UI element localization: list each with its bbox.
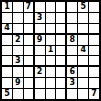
cell-r4c8[interactable] [78,35,88,45]
cell-r7c2[interactable] [13,67,23,77]
cell-r7c3[interactable] [24,67,34,77]
cell-r4c6[interactable] [56,35,66,45]
cell-r8c8[interactable] [78,78,88,88]
cell-r7c8[interactable] [78,67,88,77]
cell-r8c3[interactable] [24,78,34,88]
cell-r2c2[interactable] [13,13,23,23]
cell-r3c9[interactable] [89,24,99,34]
sudoku-board: 17534298143269357 [0,0,101,101]
given-digit: 7 [91,90,97,98]
cell-r3c8[interactable] [78,24,88,34]
given-digit: 5 [80,3,86,11]
cell-r3c4[interactable] [35,24,45,34]
given-digit: 9 [15,79,21,87]
cell-r2c3[interactable] [24,13,34,23]
cell-r4c1[interactable] [2,35,12,45]
cell-r8c9[interactable] [89,78,99,88]
cell-r5c5: 1 [46,46,56,56]
cell-r9c3[interactable] [24,89,34,99]
cell-r8c4[interactable] [35,78,45,88]
cell-r2c9[interactable] [89,13,99,23]
cell-r7c6[interactable] [56,67,66,77]
cell-r8c1[interactable] [2,78,12,88]
cell-r2c5[interactable] [46,13,56,23]
cell-r9c1: 5 [2,89,12,99]
cell-r8c7: 3 [67,78,77,88]
cell-r5c3[interactable] [24,46,34,56]
cell-r2c6[interactable] [56,13,66,23]
cell-r5c1[interactable] [2,46,12,56]
cell-r4c4: 9 [35,35,45,45]
cell-r1c8: 5 [78,2,88,12]
cell-r9c4[interactable] [35,89,45,99]
cell-r5c6[interactable] [56,46,66,56]
cell-r9c8[interactable] [78,89,88,99]
given-digit: 2 [37,68,43,76]
cell-r5c7[interactable] [67,46,77,56]
cell-r6c9[interactable] [89,56,99,66]
cell-r1c3: 7 [24,2,34,12]
cell-r3c7[interactable] [67,24,77,34]
cell-r3c1: 4 [2,24,12,34]
cell-r6c3[interactable] [24,56,34,66]
given-digit: 1 [4,3,10,11]
cell-r9c5[interactable] [46,89,56,99]
cell-r7c9[interactable] [89,67,99,77]
cell-r5c8: 4 [78,46,88,56]
cell-r9c2[interactable] [13,89,23,99]
cell-r4c7: 8 [67,35,77,45]
cell-r6c7[interactable] [67,56,77,66]
given-digit: 9 [37,36,43,44]
given-digit: 3 [37,14,43,22]
given-digit: 4 [4,24,10,32]
cell-r8c2: 9 [13,78,23,88]
cell-r5c9[interactable] [89,46,99,56]
cell-r2c4: 3 [35,13,45,23]
cell-r9c9: 7 [89,89,99,99]
cell-r7c5[interactable] [46,67,56,77]
cell-r1c4[interactable] [35,2,45,12]
cell-r1c6[interactable] [56,2,66,12]
cell-r5c4[interactable] [35,46,45,56]
cell-r7c4: 2 [35,67,45,77]
cell-r1c1: 1 [2,2,12,12]
cell-r4c3[interactable] [24,35,34,45]
cell-r7c1[interactable] [2,67,12,77]
cell-r6c4[interactable] [35,56,45,66]
cell-r3c6[interactable] [56,24,66,34]
cell-r3c5[interactable] [46,24,56,34]
cell-r9c7[interactable] [67,89,77,99]
cell-r6c1[interactable] [2,56,12,66]
cell-r3c3[interactable] [24,24,34,34]
given-digit: 3 [15,57,21,65]
given-digit: 4 [80,46,86,54]
cell-r1c2[interactable] [13,2,23,12]
given-digit: 1 [48,46,54,54]
cell-r8c6[interactable] [56,78,66,88]
cell-r6c6[interactable] [56,56,66,66]
cell-r2c7[interactable] [67,13,77,23]
cell-r9c6[interactable] [56,89,66,99]
cell-r6c2: 3 [13,56,23,66]
cell-r1c5[interactable] [46,2,56,12]
cell-r4c5[interactable] [46,35,56,45]
given-digit: 8 [69,36,75,44]
cell-r5c2[interactable] [13,46,23,56]
given-digit: 3 [69,79,75,87]
given-digit: 7 [25,3,31,11]
cell-r8c5[interactable] [46,78,56,88]
cell-r1c7[interactable] [67,2,77,12]
cell-r4c2: 2 [13,35,23,45]
cell-r6c5[interactable] [46,56,56,66]
cell-r1c9[interactable] [89,2,99,12]
cell-r2c8[interactable] [78,13,88,23]
cell-r4c9[interactable] [89,35,99,45]
cell-r3c2[interactable] [13,24,23,34]
given-digit: 6 [69,68,75,76]
given-digit: 5 [4,90,10,98]
cell-r2c1[interactable] [2,13,12,23]
given-digit: 2 [15,36,21,44]
cell-r7c7: 6 [67,67,77,77]
cell-r6c8[interactable] [78,56,88,66]
